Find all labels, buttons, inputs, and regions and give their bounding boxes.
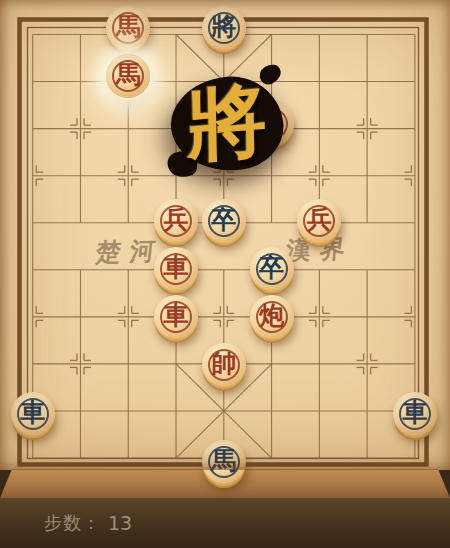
piece-red-馬[interactable]: 馬	[106, 54, 150, 98]
piece-glyph: 車	[164, 246, 189, 290]
piece-glyph: 車	[164, 294, 189, 338]
move-count-label: 步数：	[44, 511, 101, 535]
piece-glyph: 炮	[259, 294, 284, 338]
piece-black-卒[interactable]: 卒	[250, 247, 294, 291]
piece-glyph: 卒	[259, 246, 284, 290]
status-bar: 步数： 13	[0, 498, 450, 548]
piece-black-車[interactable]: 車	[393, 392, 437, 436]
piece-red-炮[interactable]: 炮	[250, 295, 294, 339]
piece-black-卒[interactable]: 卒	[202, 199, 246, 243]
piece-black-車[interactable]: 車	[11, 392, 55, 436]
piece-glyph: 帥	[211, 342, 236, 386]
piece-red-車[interactable]: 車	[154, 295, 198, 339]
xiangqi-board[interactable]: 楚河 漢界 將 馬將馬兵兵卒兵車卒車炮帥車車馬	[0, 0, 450, 470]
piece-red-兵[interactable]: 兵	[154, 199, 198, 243]
piece-glyph: 馬	[211, 439, 236, 483]
piece-glyph: 兵	[307, 198, 332, 242]
piece-red-帥[interactable]: 帥	[202, 343, 246, 387]
piece-glyph: 卒	[211, 198, 236, 242]
piece-red-車[interactable]: 車	[154, 247, 198, 291]
piece-black-將[interactable]: 將	[202, 6, 246, 50]
piece-glyph: 將	[211, 5, 236, 49]
piece-red-兵[interactable]: 兵	[250, 102, 294, 146]
piece-glyph: 兵	[164, 198, 189, 242]
piece-glyph: 馬	[116, 53, 141, 97]
piece-glyph: 兵	[259, 101, 284, 145]
move-count-value: 13	[108, 512, 132, 534]
piece-glyph: 馬	[116, 5, 141, 49]
piece-red-兵[interactable]: 兵	[297, 199, 341, 243]
piece-glyph: 車	[20, 391, 45, 435]
piece-glyph: 車	[402, 391, 427, 435]
piece-red-馬[interactable]: 馬	[106, 6, 150, 50]
piece-black-馬[interactable]: 馬	[202, 440, 246, 484]
xiangqi-game-screen: 楚河 漢界 將 馬將馬兵兵卒兵車卒車炮帥車車馬 步数： 13	[0, 0, 450, 548]
